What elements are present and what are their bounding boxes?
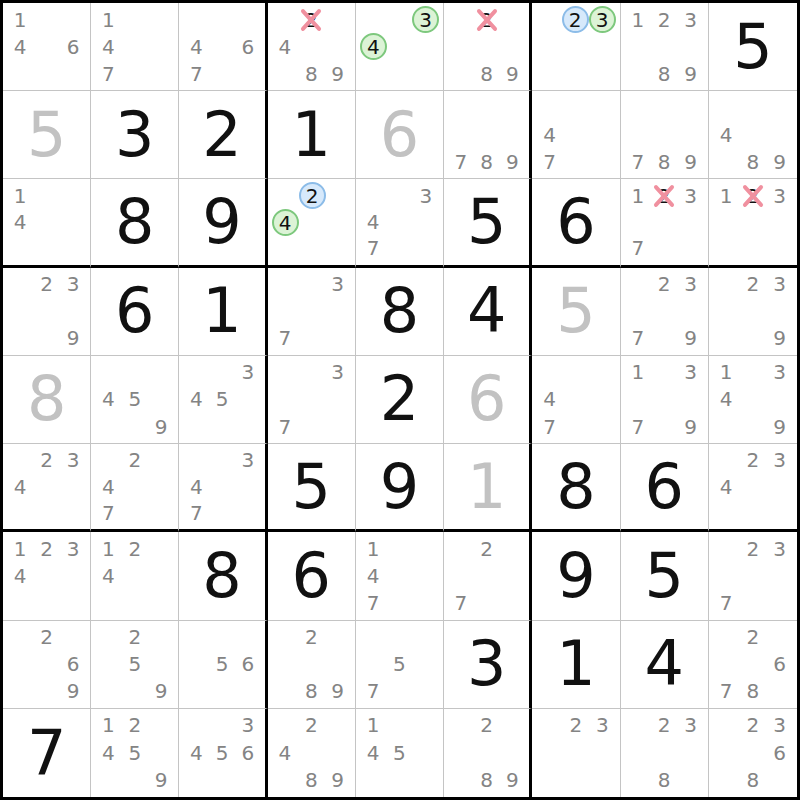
candidate-7[interactable]: 7	[536, 148, 562, 175]
candidate-2[interactable]: 2	[563, 712, 589, 739]
candidate-1[interactable]: 1	[7, 6, 33, 33]
candidate-1[interactable]: 1	[625, 182, 651, 208]
cell-r7c7[interactable]: 9	[532, 532, 620, 620]
candidate-slot-empty	[677, 121, 703, 148]
candidate-slot-empty	[209, 474, 235, 500]
candidate-9[interactable]: 9	[60, 678, 86, 705]
cell-r7c8[interactable]: 5	[621, 532, 709, 620]
cell-r7c2[interactable]: 124	[91, 532, 179, 620]
candidate-2-crossed[interactable]: 2	[740, 182, 767, 208]
candidate-6[interactable]: 6	[766, 651, 793, 678]
candidate-8[interactable]: 8	[651, 767, 677, 794]
cell-r9c4[interactable]: 2489	[268, 709, 356, 797]
cell-r5c3[interactable]: 345	[179, 356, 267, 444]
candidate-9[interactable]: 9	[677, 325, 703, 352]
candidate-slot-empty	[122, 359, 148, 386]
candidate-6[interactable]: 6	[60, 651, 86, 678]
candidate-slot-empty	[272, 767, 298, 794]
candidate-2[interactable]: 2	[33, 535, 59, 562]
candidate-slot-empty	[536, 60, 561, 87]
candidate-2[interactable]: 2	[740, 624, 767, 651]
candidate-slot-empty	[33, 562, 59, 589]
candidate-grid: 147	[356, 532, 443, 619]
cell-r2c3[interactable]: 2	[179, 91, 267, 179]
candidate-8[interactable]: 8	[474, 767, 500, 794]
cell-r5c9[interactable]: 1349	[709, 356, 797, 444]
candidate-8[interactable]: 8	[298, 678, 324, 705]
candidate-slot-empty	[562, 60, 589, 87]
candidate-2[interactable]: 2	[651, 6, 677, 33]
candidate-4[interactable]: 4	[360, 562, 386, 589]
candidate-2[interactable]: 2	[474, 712, 500, 739]
candidate-2[interactable]: 2	[122, 712, 148, 739]
cell-r4c8[interactable]: 2379	[621, 268, 709, 356]
candidate-slot-empty	[766, 209, 793, 235]
candidate-7[interactable]: 7	[448, 148, 474, 175]
cell-r8c3[interactable]: 56	[179, 621, 267, 709]
candidate-slot-empty	[148, 447, 174, 473]
candidate-slot-empty	[766, 474, 793, 500]
candidate-slot-empty	[60, 182, 86, 208]
candidate-8[interactable]: 8	[740, 678, 767, 705]
candidate-slot-empty	[60, 298, 86, 325]
cell-r6c5[interactable]: 9	[356, 444, 444, 532]
cell-r7c1[interactable]: 1234	[3, 532, 91, 620]
cell-r6c1[interactable]: 234	[3, 444, 91, 532]
cell-r5c4[interactable]: 37	[268, 356, 356, 444]
cell-r9c3[interactable]: 3456	[179, 709, 267, 797]
candidate-slot-empty	[95, 447, 121, 473]
cell-r4c2[interactable]: 6	[91, 268, 179, 356]
candidate-7[interactable]: 7	[95, 60, 121, 87]
candidate-9[interactable]: 9	[500, 60, 526, 87]
candidate-5[interactable]: 5	[209, 739, 235, 766]
cell-r3c6[interactable]: 5	[444, 179, 532, 267]
candidate-6[interactable]: 6	[766, 739, 793, 766]
candidate-5[interactable]: 5	[122, 739, 148, 766]
candidate-1[interactable]: 1	[625, 359, 651, 386]
cell-r1c6[interactable]: 289	[444, 3, 532, 91]
candidate-slot-empty	[766, 298, 793, 325]
cell-r3c9[interactable]: 123	[709, 179, 797, 267]
candidate-3-circled-green[interactable]: 3	[412, 6, 439, 33]
candidate-5[interactable]: 5	[209, 651, 235, 678]
candidate-grid: 345	[179, 356, 264, 443]
candidate-3[interactable]: 3	[60, 447, 86, 473]
cell-r4c5[interactable]: 8	[356, 268, 444, 356]
candidate-3[interactable]: 3	[766, 712, 793, 739]
candidate-4[interactable]: 4	[95, 739, 121, 766]
candidate-4[interactable]: 4	[95, 474, 121, 500]
candidate-6[interactable]: 6	[235, 33, 261, 60]
candidate-slot-empty	[413, 589, 439, 616]
cell-r2c9[interactable]: 489	[709, 91, 797, 179]
candidate-2[interactable]: 2	[122, 447, 148, 473]
candidate-7[interactable]: 7	[625, 413, 651, 440]
candidate-3[interactable]: 3	[235, 712, 261, 739]
cell-r3c3[interactable]: 9	[179, 179, 267, 267]
candidate-2-circled-blue[interactable]: 2	[562, 6, 589, 33]
candidate-slot-empty	[713, 500, 740, 526]
cell-r1c7[interactable]: 23	[532, 3, 620, 91]
candidate-slot-empty	[413, 678, 439, 705]
candidate-grid: 2489	[268, 709, 355, 797]
candidate-1[interactable]: 1	[713, 359, 740, 386]
cell-r1c5[interactable]: 34	[356, 3, 444, 91]
candidate-4[interactable]: 4	[95, 33, 121, 60]
candidate-2[interactable]: 2	[298, 624, 324, 651]
candidate-slot-empty	[651, 325, 677, 352]
candidate-slot-empty	[324, 33, 350, 60]
cell-r4c3[interactable]: 1	[179, 268, 267, 356]
cell-r4c1[interactable]: 239	[3, 268, 91, 356]
candidate-grid: 289	[444, 709, 529, 797]
candidate-8[interactable]: 8	[740, 148, 767, 175]
candidate-7[interactable]: 7	[625, 325, 651, 352]
candidate-9[interactable]: 9	[766, 413, 793, 440]
candidate-slot-empty	[148, 562, 174, 589]
candidate-6[interactable]: 6	[60, 33, 86, 60]
candidate-slot-empty	[625, 712, 651, 739]
candidate-5[interactable]: 5	[386, 739, 412, 766]
candidate-2-crossed[interactable]: 2	[298, 6, 324, 33]
candidate-slot-empty	[235, 624, 261, 651]
cell-r5c5[interactable]: 2	[356, 356, 444, 444]
candidate-3[interactable]: 3	[766, 447, 793, 473]
cell-r1c2[interactable]: 147	[91, 3, 179, 91]
candidate-slot-empty	[272, 271, 298, 298]
candidate-9[interactable]: 9	[148, 767, 174, 794]
cell-r7c3[interactable]: 8	[179, 532, 267, 620]
cell-r6c9[interactable]: 234	[709, 444, 797, 532]
candidate-8[interactable]: 8	[474, 60, 500, 87]
cell-r3c1[interactable]: 14	[3, 179, 91, 267]
candidate-7[interactable]: 7	[360, 678, 386, 705]
cell-r9c7[interactable]: 23	[532, 709, 620, 797]
candidate-6[interactable]: 6	[235, 651, 261, 678]
candidate-7[interactable]: 7	[448, 589, 474, 616]
cell-r6c7[interactable]: 8	[532, 444, 620, 532]
candidate-grid: 239	[709, 268, 797, 355]
cell-r5c2[interactable]: 459	[91, 356, 179, 444]
candidate-2[interactable]: 2	[651, 712, 677, 739]
candidate-5[interactable]: 5	[209, 386, 235, 413]
candidate-3[interactable]: 3	[677, 359, 703, 386]
candidate-4[interactable]: 4	[360, 739, 386, 766]
candidate-7[interactable]: 7	[183, 500, 209, 526]
cell-r6c6[interactable]: 1	[444, 444, 532, 532]
candidate-2[interactable]: 2	[122, 624, 148, 651]
cell-r8c1[interactable]: 269	[3, 621, 91, 709]
candidate-2[interactable]: 2	[740, 712, 767, 739]
candidate-3[interactable]: 3	[677, 6, 703, 33]
candidate-2[interactable]: 2	[33, 624, 59, 651]
candidate-9[interactable]: 9	[766, 148, 793, 175]
candidate-4-circled-green[interactable]: 4	[272, 209, 299, 236]
candidate-grid: 47	[532, 356, 619, 443]
cell-r1c3[interactable]: 467	[179, 3, 267, 91]
candidate-slot-empty	[713, 651, 740, 678]
cell-r3c5[interactable]: 347	[356, 179, 444, 267]
candidate-2-crossed[interactable]: 2	[651, 182, 677, 208]
candidate-slot-empty	[387, 60, 412, 87]
candidate-slot-empty	[766, 121, 793, 148]
candidate-grid: 459	[91, 356, 178, 443]
candidate-1[interactable]: 1	[713, 182, 740, 208]
cell-r9c2[interactable]: 12459	[91, 709, 179, 797]
candidate-4[interactable]: 4	[183, 474, 209, 500]
cell-r1c1[interactable]: 146	[3, 3, 91, 91]
cell-r3c4[interactable]: 24	[268, 179, 356, 267]
candidate-3[interactable]: 3	[60, 535, 86, 562]
candidate-5[interactable]: 5	[122, 386, 148, 413]
candidate-slot-empty	[7, 500, 33, 526]
candidate-7[interactable]: 7	[183, 60, 209, 87]
candidate-slot-empty	[500, 33, 526, 60]
candidate-7[interactable]: 7	[360, 589, 386, 616]
cell-r3c2[interactable]: 8	[91, 179, 179, 267]
candidate-3[interactable]: 3	[589, 712, 615, 739]
candidate-4[interactable]: 4	[536, 386, 562, 413]
candidate-grid: 2379	[621, 268, 708, 355]
candidate-4[interactable]: 4	[7, 562, 33, 589]
candidate-9[interactable]: 9	[324, 678, 350, 705]
candidate-slot-empty	[651, 298, 677, 325]
cell-r2c7[interactable]: 47	[532, 91, 620, 179]
candidate-1[interactable]: 1	[360, 535, 386, 562]
candidate-2[interactable]: 2	[740, 447, 767, 473]
cell-r6c8[interactable]: 6	[621, 444, 709, 532]
cell-r1c4[interactable]: 2489	[268, 3, 356, 91]
candidate-1[interactable]: 1	[95, 712, 121, 739]
candidate-slot-empty	[386, 535, 412, 562]
candidate-3[interactable]: 3	[766, 359, 793, 386]
candidate-9[interactable]: 9	[677, 148, 703, 175]
candidate-2-circled-blue[interactable]: 2	[299, 182, 326, 209]
candidate-7[interactable]: 7	[95, 500, 121, 526]
cell-r8c5[interactable]: 57	[356, 621, 444, 709]
candidate-2[interactable]: 2	[122, 535, 148, 562]
candidate-2[interactable]: 2	[740, 535, 767, 562]
cell-r8c8[interactable]: 4	[621, 621, 709, 709]
candidate-slot-empty	[60, 209, 86, 235]
candidate-9[interactable]: 9	[324, 767, 350, 794]
candidate-9[interactable]: 9	[766, 325, 793, 352]
candidate-grid: 789	[444, 91, 529, 178]
candidate-slot-empty	[677, 235, 703, 261]
cell-r4c7[interactable]: 5	[532, 268, 620, 356]
candidate-slot-empty	[413, 535, 439, 562]
candidate-grid: 467	[179, 3, 264, 90]
cell-r9c6[interactable]: 289	[444, 709, 532, 797]
candidate-1[interactable]: 1	[7, 535, 33, 562]
candidate-slot-empty	[60, 6, 86, 33]
candidate-3[interactable]: 3	[235, 447, 261, 473]
cell-r6c4[interactable]: 5	[268, 444, 356, 532]
candidate-3-circled-green[interactable]: 3	[589, 6, 616, 33]
candidate-slot-empty	[272, 651, 298, 678]
candidate-grid: 57	[356, 621, 443, 708]
candidate-8[interactable]: 8	[740, 767, 767, 794]
cell-r2c4[interactable]: 1	[268, 91, 356, 179]
candidate-4[interactable]: 4	[536, 121, 562, 148]
candidate-9[interactable]: 9	[324, 60, 350, 87]
candidate-9[interactable]: 9	[500, 767, 526, 794]
cell-r8c6[interactable]: 3	[444, 621, 532, 709]
cell-r7c4[interactable]: 6	[268, 532, 356, 620]
candidate-7[interactable]: 7	[272, 325, 298, 352]
candidate-9[interactable]: 9	[148, 678, 174, 705]
candidate-3[interactable]: 3	[766, 182, 793, 208]
cell-r9c1[interactable]: 7	[3, 709, 91, 797]
cell-r8c2[interactable]: 259	[91, 621, 179, 709]
candidate-grid: 23	[532, 3, 619, 90]
candidate-grid: 239	[3, 268, 90, 355]
candidate-slot-empty	[625, 767, 651, 794]
candidate-7[interactable]: 7	[625, 235, 651, 261]
candidate-slot-empty	[298, 413, 324, 440]
cell-r9c8[interactable]: 238	[621, 709, 709, 797]
candidate-slot-empty	[677, 209, 703, 235]
cell-r7c9[interactable]: 237	[709, 532, 797, 620]
candidate-grid: 289	[444, 3, 529, 90]
candidate-8[interactable]: 8	[474, 148, 500, 175]
candidate-4[interactable]: 4	[95, 562, 121, 589]
cell-r5c7[interactable]: 47	[532, 356, 620, 444]
candidate-slot-empty	[235, 678, 261, 705]
candidate-4[interactable]: 4	[7, 474, 33, 500]
cell-r4c6[interactable]: 4	[444, 268, 532, 356]
candidate-8[interactable]: 8	[651, 148, 677, 175]
candidate-8[interactable]: 8	[298, 60, 324, 87]
solved-value: 1	[556, 633, 595, 695]
candidate-7[interactable]: 7	[536, 413, 562, 440]
candidate-slot-empty	[625, 209, 651, 235]
candidate-slot-empty	[677, 386, 703, 413]
cell-r9c9[interactable]: 2368	[709, 709, 797, 797]
candidate-7[interactable]: 7	[272, 413, 298, 440]
candidate-1[interactable]: 1	[625, 6, 651, 33]
candidate-2[interactable]: 2	[651, 271, 677, 298]
cell-r5c6[interactable]: 6	[444, 356, 532, 444]
candidate-slot-empty	[235, 386, 261, 413]
candidate-9[interactable]: 9	[60, 325, 86, 352]
cell-r2c8[interactable]: 789	[621, 91, 709, 179]
candidate-4-circled-green[interactable]: 4	[360, 33, 387, 60]
cell-r1c9[interactable]: 5	[709, 3, 797, 91]
candidate-2[interactable]: 2	[33, 447, 59, 473]
candidate-4[interactable]: 4	[7, 209, 33, 235]
candidate-slot-empty	[413, 739, 439, 766]
candidate-1[interactable]: 1	[95, 535, 121, 562]
cell-r5c1[interactable]: 8	[3, 356, 91, 444]
candidate-4[interactable]: 4	[183, 33, 209, 60]
cell-r7c6[interactable]: 27	[444, 532, 532, 620]
cell-r6c2[interactable]: 247	[91, 444, 179, 532]
candidate-9[interactable]: 9	[677, 413, 703, 440]
candidate-4[interactable]: 4	[272, 739, 298, 766]
cell-r6c3[interactable]: 347	[179, 444, 267, 532]
cell-r8c4[interactable]: 289	[268, 621, 356, 709]
cell-r8c9[interactable]: 2678	[709, 621, 797, 709]
candidate-slot-empty	[60, 589, 86, 616]
candidate-2[interactable]: 2	[474, 535, 500, 562]
candidate-5[interactable]: 5	[122, 651, 148, 678]
candidate-slot-empty	[148, 712, 174, 739]
candidate-3[interactable]: 3	[60, 271, 86, 298]
cell-r5c8[interactable]: 1379	[621, 356, 709, 444]
candidate-9[interactable]: 9	[500, 148, 526, 175]
candidate-8[interactable]: 8	[298, 767, 324, 794]
candidate-4[interactable]: 4	[7, 33, 33, 60]
candidate-2-crossed[interactable]: 2	[474, 6, 500, 33]
candidate-6[interactable]: 6	[235, 739, 261, 766]
candidate-3[interactable]: 3	[413, 182, 439, 208]
cell-r9c5[interactable]: 145	[356, 709, 444, 797]
candidate-4[interactable]: 4	[713, 386, 740, 413]
cell-r4c9[interactable]: 239	[709, 268, 797, 356]
candidate-7[interactable]: 7	[360, 235, 386, 261]
candidate-3[interactable]: 3	[677, 712, 703, 739]
cell-r2c5[interactable]: 6	[356, 91, 444, 179]
candidate-slot-empty	[95, 651, 121, 678]
candidate-4[interactable]: 4	[713, 474, 740, 500]
candidate-3[interactable]: 3	[766, 535, 793, 562]
candidate-7[interactable]: 7	[625, 148, 651, 175]
candidate-grid: 289	[268, 621, 355, 708]
candidate-3[interactable]: 3	[766, 271, 793, 298]
candidate-slot-empty	[326, 182, 351, 209]
candidate-3[interactable]: 3	[235, 359, 261, 386]
candidate-slot-empty	[474, 739, 500, 766]
candidate-5[interactable]: 5	[386, 651, 412, 678]
candidate-slot-empty	[272, 236, 299, 261]
candidate-4[interactable]: 4	[360, 209, 386, 235]
candidate-1[interactable]: 1	[360, 712, 386, 739]
candidate-1[interactable]: 1	[95, 6, 121, 33]
cell-r8c7[interactable]: 1	[532, 621, 620, 709]
cell-r2c1[interactable]: 5	[3, 91, 91, 179]
candidate-slot-empty	[299, 209, 326, 236]
candidate-2[interactable]: 2	[298, 712, 324, 739]
candidate-4[interactable]: 4	[183, 739, 209, 766]
cell-r3c7[interactable]: 6	[532, 179, 620, 267]
cell-r7c5[interactable]: 147	[356, 532, 444, 620]
candidate-3[interactable]: 3	[324, 359, 350, 386]
candidate-slot-empty	[625, 298, 651, 325]
candidate-4[interactable]: 4	[183, 386, 209, 413]
candidate-3[interactable]: 3	[324, 271, 350, 298]
cell-r3c8[interactable]: 1237	[621, 179, 709, 267]
candidate-4[interactable]: 4	[272, 33, 298, 60]
cell-r1c8[interactable]: 12389	[621, 3, 709, 91]
candidate-8[interactable]: 8	[651, 60, 677, 87]
candidate-2[interactable]: 2	[740, 271, 767, 298]
candidate-9[interactable]: 9	[148, 413, 174, 440]
candidate-1[interactable]: 1	[7, 182, 33, 208]
candidate-4[interactable]: 4	[713, 121, 740, 148]
candidate-7[interactable]: 7	[713, 589, 740, 616]
candidate-3[interactable]: 3	[677, 182, 703, 208]
candidate-4[interactable]: 4	[95, 386, 121, 413]
candidate-7[interactable]: 7	[713, 678, 740, 705]
cell-r2c2[interactable]: 3	[91, 91, 179, 179]
candidate-2[interactable]: 2	[33, 271, 59, 298]
candidate-3[interactable]: 3	[677, 271, 703, 298]
cell-r4c4[interactable]: 37	[268, 268, 356, 356]
cell-r2c6[interactable]: 789	[444, 91, 532, 179]
candidate-9[interactable]: 9	[677, 60, 703, 87]
